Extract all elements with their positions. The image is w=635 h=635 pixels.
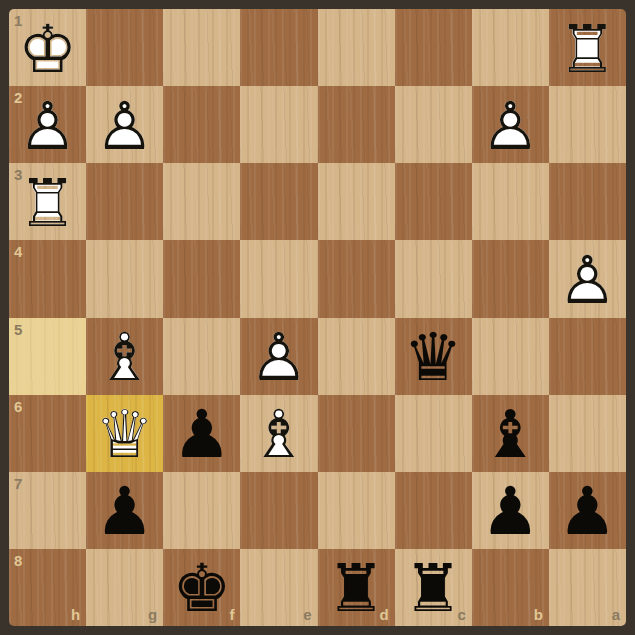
square-e1[interactable] — [240, 9, 317, 86]
white-pawn-icon[interactable]: ♟♙ — [481, 94, 540, 160]
square-c1[interactable] — [395, 9, 472, 86]
file-label-h: h — [71, 607, 80, 622]
rank-label-7: 7 — [14, 476, 22, 491]
black-king-icon[interactable]: ♚ — [172, 556, 231, 622]
piece-outline: ♙ — [481, 94, 540, 160]
square-b1[interactable] — [472, 9, 549, 86]
square-e7[interactable] — [240, 472, 317, 549]
square-a3[interactable] — [549, 163, 626, 240]
piece-outline: ♗ — [95, 325, 154, 391]
white-queen-icon[interactable]: ♛♕ — [95, 402, 154, 468]
square-d2[interactable] — [318, 86, 395, 163]
square-b7[interactable]: ♟ — [472, 472, 549, 549]
square-g8[interactable]: g — [86, 549, 163, 626]
square-c2[interactable] — [395, 86, 472, 163]
square-d6[interactable] — [318, 395, 395, 472]
square-c7[interactable] — [395, 472, 472, 549]
square-g7[interactable]: ♟ — [86, 472, 163, 549]
square-h4[interactable]: 4 — [9, 240, 86, 317]
white-pawn-icon[interactable]: ♟♙ — [249, 325, 308, 391]
square-f4[interactable] — [163, 240, 240, 317]
square-f1[interactable] — [163, 9, 240, 86]
piece-outline: ♗ — [249, 402, 308, 468]
piece-outline: ♖ — [18, 171, 77, 237]
white-pawn-icon[interactable]: ♟♙ — [95, 94, 154, 160]
piece-outline: ♙ — [18, 94, 77, 160]
white-bishop-icon[interactable]: ♝♗ — [95, 325, 154, 391]
square-h5[interactable]: 5 — [9, 318, 86, 395]
square-b2[interactable]: ♟♙ — [472, 86, 549, 163]
file-label-g: g — [148, 607, 157, 622]
black-pawn-icon[interactable]: ♟ — [481, 479, 540, 545]
black-rook-icon[interactable]: ♜ — [326, 556, 385, 622]
black-pawn-icon[interactable]: ♟ — [95, 479, 154, 545]
square-e6[interactable]: ♝♗ — [240, 395, 317, 472]
white-pawn-icon[interactable]: ♟♙ — [18, 94, 77, 160]
white-king-icon[interactable]: ♚♔ — [18, 17, 77, 83]
piece-fill: ♜ — [326, 556, 385, 622]
board-frame: 1♚♔♜♖2♟♙♟♙♟♙3♜♖4♟♙5♝♗♟♙♛6♛♕♟♝♗♝7♟♟♟8hgf♚… — [0, 0, 635, 635]
square-f2[interactable] — [163, 86, 240, 163]
piece-fill: ♜ — [404, 556, 463, 622]
square-b4[interactable] — [472, 240, 549, 317]
square-h3[interactable]: 3♜♖ — [9, 163, 86, 240]
square-e5[interactable]: ♟♙ — [240, 318, 317, 395]
square-a5[interactable] — [549, 318, 626, 395]
square-f7[interactable] — [163, 472, 240, 549]
white-bishop-icon[interactable]: ♝♗ — [249, 402, 308, 468]
square-c6[interactable] — [395, 395, 472, 472]
square-g2[interactable]: ♟♙ — [86, 86, 163, 163]
square-e2[interactable] — [240, 86, 317, 163]
square-d5[interactable] — [318, 318, 395, 395]
square-c4[interactable] — [395, 240, 472, 317]
square-g4[interactable] — [86, 240, 163, 317]
rank-label-5: 5 — [14, 322, 22, 337]
piece-outline: ♙ — [249, 325, 308, 391]
square-a6[interactable] — [549, 395, 626, 472]
piece-fill: ♟ — [558, 479, 617, 545]
white-pawn-icon[interactable]: ♟♙ — [558, 248, 617, 314]
square-c5[interactable]: ♛ — [395, 318, 472, 395]
piece-outline: ♖ — [558, 17, 617, 83]
black-pawn-icon[interactable]: ♟ — [172, 402, 231, 468]
square-f5[interactable] — [163, 318, 240, 395]
square-e8[interactable]: e — [240, 549, 317, 626]
piece-outline: ♙ — [558, 248, 617, 314]
piece-fill: ♟ — [95, 479, 154, 545]
square-h6[interactable]: 6 — [9, 395, 86, 472]
rank-label-8: 8 — [14, 553, 22, 568]
square-g5[interactable]: ♝♗ — [86, 318, 163, 395]
white-rook-icon[interactable]: ♜♖ — [18, 171, 77, 237]
square-f3[interactable] — [163, 163, 240, 240]
rank-label-4: 4 — [14, 244, 22, 259]
square-a2[interactable] — [549, 86, 626, 163]
black-bishop-icon[interactable]: ♝ — [481, 402, 540, 468]
square-b8[interactable]: b — [472, 549, 549, 626]
piece-fill: ♝ — [481, 402, 540, 468]
square-d8[interactable]: d♜ — [318, 549, 395, 626]
square-d7[interactable] — [318, 472, 395, 549]
piece-fill: ♟ — [481, 479, 540, 545]
file-label-c: c — [457, 607, 465, 622]
square-c8[interactable]: c♜ — [395, 549, 472, 626]
square-b3[interactable] — [472, 163, 549, 240]
black-pawn-icon[interactable]: ♟ — [558, 479, 617, 545]
square-h2[interactable]: 2♟♙ — [9, 86, 86, 163]
file-label-d: d — [379, 607, 388, 622]
square-g1[interactable] — [86, 9, 163, 86]
piece-outline: ♕ — [95, 402, 154, 468]
square-c3[interactable] — [395, 163, 472, 240]
black-rook-icon[interactable]: ♜ — [404, 556, 463, 622]
square-h1[interactable]: 1♚♔ — [9, 9, 86, 86]
square-g3[interactable] — [86, 163, 163, 240]
square-d3[interactable] — [318, 163, 395, 240]
square-a4[interactable]: ♟♙ — [549, 240, 626, 317]
square-e4[interactable] — [240, 240, 317, 317]
square-a8[interactable]: a — [549, 549, 626, 626]
square-f8[interactable]: f♚ — [163, 549, 240, 626]
rank-label-6: 6 — [14, 399, 22, 414]
chess-board: 1♚♔♜♖2♟♙♟♙♟♙3♜♖4♟♙5♝♗♟♙♛6♛♕♟♝♗♝7♟♟♟8hgf♚… — [9, 9, 626, 626]
square-h7[interactable]: 7 — [9, 472, 86, 549]
piece-fill: ♟ — [172, 402, 231, 468]
rank-label-3: 3 — [14, 167, 22, 182]
square-e3[interactable] — [240, 163, 317, 240]
piece-outline: ♙ — [95, 94, 154, 160]
square-d1[interactable] — [318, 9, 395, 86]
black-queen-icon[interactable]: ♛ — [404, 325, 463, 391]
square-h8[interactable]: 8h — [9, 549, 86, 626]
rank-label-2: 2 — [14, 90, 22, 105]
square-b6[interactable]: ♝ — [472, 395, 549, 472]
file-label-a: a — [612, 607, 620, 622]
square-a7[interactable]: ♟ — [549, 472, 626, 549]
piece-fill: ♚ — [172, 556, 231, 622]
square-a1[interactable]: ♜♖ — [549, 9, 626, 86]
square-b5[interactable] — [472, 318, 549, 395]
square-g6[interactable]: ♛♕ — [86, 395, 163, 472]
file-label-f: f — [229, 607, 234, 622]
square-f6[interactable]: ♟ — [163, 395, 240, 472]
rank-label-1: 1 — [14, 13, 22, 28]
white-rook-icon[interactable]: ♜♖ — [558, 17, 617, 83]
square-d4[interactable] — [318, 240, 395, 317]
file-label-b: b — [534, 607, 543, 622]
piece-outline: ♔ — [18, 17, 77, 83]
piece-fill: ♛ — [404, 325, 463, 391]
file-label-e: e — [303, 607, 311, 622]
